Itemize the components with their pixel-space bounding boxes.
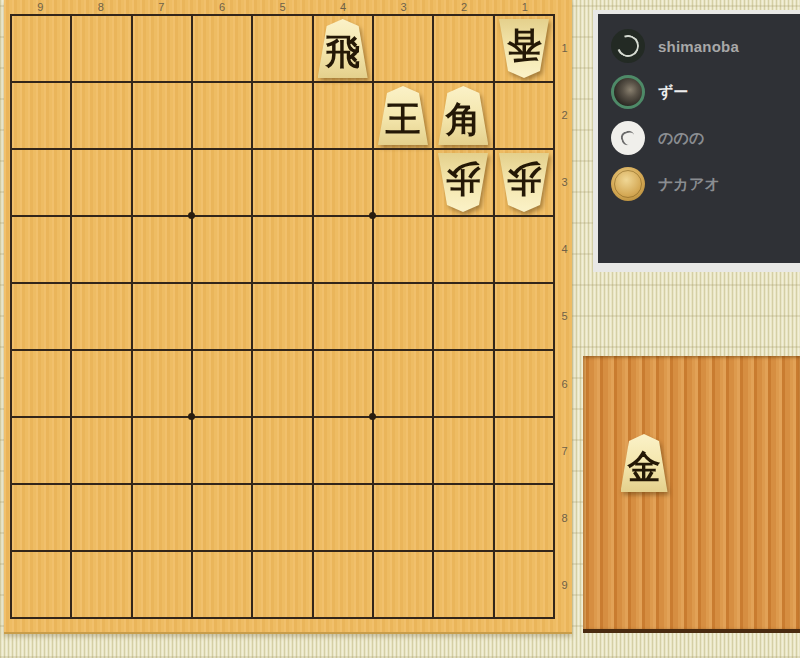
board-cell-62[interactable] — [193, 83, 251, 148]
board-cell-47[interactable] — [314, 418, 372, 483]
board-cell-98[interactable] — [12, 485, 70, 550]
board-cell-74[interactable] — [133, 217, 191, 282]
koma-kanji: 香 — [506, 28, 541, 63]
board-cell-54[interactable] — [253, 217, 311, 282]
rank-label-1: 1 — [557, 14, 572, 81]
board-cell-58[interactable] — [253, 485, 311, 550]
board-cell-38[interactable] — [374, 485, 432, 550]
koma-king-32[interactable]: 王 — [374, 83, 432, 148]
file-label-8: 8 — [71, 0, 132, 14]
board-cell-59[interactable] — [253, 552, 311, 617]
board-cell-48[interactable] — [314, 485, 372, 550]
board-cell-89[interactable] — [72, 552, 130, 617]
koma-body: 飛 — [318, 19, 368, 78]
board-cell-28[interactable] — [434, 485, 492, 550]
koma-body: 歩 — [438, 153, 488, 212]
board-cell-16[interactable] — [495, 351, 553, 416]
board-cell-83[interactable] — [72, 150, 130, 215]
file-label-9: 9 — [10, 0, 71, 14]
board-cell-51[interactable] — [253, 16, 311, 81]
board-cell-19[interactable] — [495, 552, 553, 617]
board-cell-96[interactable] — [12, 351, 70, 416]
file-labels: 9 8 7 6 5 4 3 2 1 — [10, 0, 555, 14]
board-cell-17[interactable] — [495, 418, 553, 483]
voice-user-name: shimanoba — [658, 38, 739, 55]
board-cell-86[interactable] — [72, 351, 130, 416]
board-cell-15[interactable] — [495, 284, 553, 349]
board-cell-39[interactable] — [374, 552, 432, 617]
koma-pawn-23[interactable]: 歩 — [434, 150, 492, 215]
board-cell-76[interactable] — [133, 351, 191, 416]
koma-kanji: 飛 — [325, 34, 360, 69]
voice-user-name: ずー — [658, 83, 689, 102]
koma-lance-11[interactable]: 香 — [495, 16, 553, 81]
board-cell-69[interactable] — [193, 552, 251, 617]
sente-komadai: 金 — [583, 356, 800, 633]
file-label-4: 4 — [313, 0, 374, 14]
board-cell-24[interactable] — [434, 217, 492, 282]
voice-user-row: ナカアオ — [598, 161, 800, 207]
voice-user-row: shimanoba — [598, 23, 800, 69]
board-cell-12[interactable] — [495, 83, 553, 148]
board-cell-87[interactable] — [72, 418, 130, 483]
board-cell-56[interactable] — [253, 351, 311, 416]
board-cell-91[interactable] — [12, 16, 70, 81]
rank-label-7: 7 — [557, 417, 572, 484]
board-cell-29[interactable] — [434, 552, 492, 617]
rank-label-4: 4 — [557, 216, 572, 283]
board-cell-14[interactable] — [495, 217, 553, 282]
board-cell-72[interactable] — [133, 83, 191, 148]
stone-photo-avatar — [611, 75, 645, 109]
board-cell-31[interactable] — [374, 16, 432, 81]
discord-voice-overlay: shimanobaずーのののナカアオ — [593, 10, 800, 272]
board-cell-97[interactable] — [12, 418, 70, 483]
board-cell-55[interactable] — [253, 284, 311, 349]
board-cell-42[interactable] — [314, 83, 372, 148]
hoshi-dot — [369, 413, 376, 420]
board-cell-57[interactable] — [253, 418, 311, 483]
shogi-board: 9 8 7 6 5 4 3 2 1 飛香王角歩歩 1 2 3 4 5 6 7 8… — [4, 0, 572, 634]
board-cell-26[interactable] — [434, 351, 492, 416]
board-cell-78[interactable] — [133, 485, 191, 550]
voice-user-row: ののの — [598, 115, 800, 161]
voice-user-name: ナカアオ — [658, 175, 720, 194]
board-cell-75[interactable] — [133, 284, 191, 349]
board-cell-64[interactable] — [193, 217, 251, 282]
file-label-3: 3 — [373, 0, 434, 14]
rank-label-3: 3 — [557, 148, 572, 215]
board-cell-71[interactable] — [133, 16, 191, 81]
file-label-1: 1 — [494, 0, 555, 14]
rank-label-5: 5 — [557, 283, 572, 350]
koma-kanji: 金 — [628, 450, 661, 483]
board-cell-95[interactable] — [12, 284, 70, 349]
hoshi-dot — [188, 212, 195, 219]
koma-body: 金 — [621, 434, 668, 492]
koma-rook-41[interactable]: 飛 — [314, 16, 372, 81]
board-cell-35[interactable] — [374, 284, 432, 349]
board-cell-52[interactable] — [253, 83, 311, 148]
gold-coin-avatar — [611, 167, 645, 201]
hoshi-dot — [188, 413, 195, 420]
board-cell-44[interactable] — [314, 217, 372, 282]
koma-body: 角 — [438, 86, 488, 145]
rank-label-8: 8 — [557, 485, 572, 552]
board-cell-81[interactable] — [72, 16, 130, 81]
board-cell-92[interactable] — [12, 83, 70, 148]
koma-body: 歩 — [499, 153, 549, 212]
board-cell-33[interactable] — [374, 150, 432, 215]
rank-label-2: 2 — [557, 81, 572, 148]
board-cell-46[interactable] — [314, 351, 372, 416]
board-cell-25[interactable] — [434, 284, 492, 349]
board-cell-84[interactable] — [72, 217, 130, 282]
board-cell-18[interactable] — [495, 485, 553, 550]
white-doodle-avatar — [611, 121, 645, 155]
board-grid: 飛香王角歩歩 — [10, 14, 555, 619]
board-cell-66[interactable] — [193, 351, 251, 416]
board-cell-77[interactable] — [133, 418, 191, 483]
board-cell-99[interactable] — [12, 552, 70, 617]
koma-bishop-22[interactable]: 角 — [434, 83, 492, 148]
board-cell-68[interactable] — [193, 485, 251, 550]
board-cell-36[interactable] — [374, 351, 432, 416]
koma-kanji: 角 — [446, 101, 481, 136]
board-cell-34[interactable] — [374, 217, 432, 282]
file-label-7: 7 — [131, 0, 192, 14]
voice-user-name: ののの — [658, 129, 705, 148]
file-label-6: 6 — [192, 0, 253, 14]
board-cell-67[interactable] — [193, 418, 251, 483]
rank-label-6: 6 — [557, 350, 572, 417]
hoshi-dot — [369, 212, 376, 219]
board-cell-73[interactable] — [133, 150, 191, 215]
koma-kanji: 歩 — [506, 162, 541, 197]
board-cell-65[interactable] — [193, 284, 251, 349]
board-cell-93[interactable] — [12, 150, 70, 215]
voice-user-row: ずー — [598, 69, 800, 115]
file-label-5: 5 — [252, 0, 313, 14]
board-cell-45[interactable] — [314, 284, 372, 349]
shogi-app-screen: 9 8 7 6 5 4 3 2 1 飛香王角歩歩 1 2 3 4 5 6 7 8… — [0, 0, 800, 658]
koma-pawn-13[interactable]: 歩 — [495, 150, 553, 215]
board-cell-82[interactable] — [72, 83, 130, 148]
board-cell-27[interactable] — [434, 418, 492, 483]
koma-kanji: 歩 — [446, 162, 481, 197]
board-cell-53[interactable] — [253, 150, 311, 215]
board-cell-21[interactable] — [434, 16, 492, 81]
board-cell-61[interactable] — [193, 16, 251, 81]
koma-kanji: 王 — [385, 101, 420, 136]
file-label-2: 2 — [434, 0, 495, 14]
koma-body: 香 — [499, 19, 549, 78]
koma-body: 王 — [378, 86, 428, 145]
rank-label-9: 9 — [557, 552, 572, 619]
calligraphy-avatar — [611, 29, 645, 63]
rank-labels: 1 2 3 4 5 6 7 8 9 — [557, 14, 572, 619]
board-cell-37[interactable] — [374, 418, 432, 483]
board-cell-85[interactable] — [72, 284, 130, 349]
board-cell-49[interactable] — [314, 552, 372, 617]
board-cell-43[interactable] — [314, 150, 372, 215]
koma-gold-in-hand[interactable]: 金 — [617, 432, 671, 494]
board-cell-63[interactable] — [193, 150, 251, 215]
board-cell-88[interactable] — [72, 485, 130, 550]
board-cell-79[interactable] — [133, 552, 191, 617]
board-cell-94[interactable] — [12, 217, 70, 282]
voice-user-list: shimanobaずーのののナカアオ — [598, 14, 800, 263]
